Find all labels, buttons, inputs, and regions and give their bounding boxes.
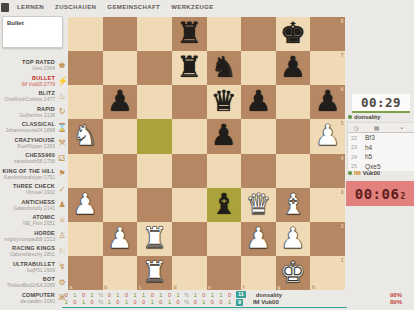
square-c6[interactable] [137, 85, 172, 119]
game-result[interactable]: 0 [122, 292, 131, 298]
piece-black-pawn[interactable]: ♟ [276, 51, 311, 85]
game-result[interactable]: 1 [62, 299, 71, 305]
channel-text: ANTICHESSGalantfonolly 2141 [13, 200, 55, 211]
rank-coordinate: 8 [341, 18, 344, 24]
square-f8[interactable] [241, 17, 276, 51]
channel-text: RAPIDGutherhos 2138 [19, 107, 55, 118]
piece-white-knight[interactable]: ♞ [68, 119, 103, 153]
channel-king-of-the-hill[interactable]: KING OF THE HILLKamilothoraloyan 1751⚑ [0, 167, 67, 183]
piece-white-rook[interactable]: ♜ [137, 222, 172, 256]
square-c5[interactable] [137, 119, 172, 153]
lichess-tv-page: LERNENZUSCHAUENGEMEINSCHAFTWERKZEUGE Bul… [0, 0, 414, 310]
square-d5[interactable] [172, 119, 207, 153]
square-a7[interactable] [68, 51, 103, 85]
square-b4[interactable] [103, 154, 138, 188]
score-total-badge: 9 [236, 299, 243, 306]
square-h4[interactable]: 4 [310, 154, 345, 188]
square-g3[interactable]: ♝ [276, 188, 311, 222]
nav-item-zuschauen[interactable]: ZUSCHAUEN [55, 4, 96, 10]
square-h7[interactable]: 7 [310, 51, 345, 85]
channel-dropdown-label: Bullet [3, 17, 62, 26]
square-e5[interactable]: ♟ [207, 119, 242, 153]
square-g2[interactable]: ♟ [276, 222, 311, 256]
square-e8[interactable] [207, 17, 242, 51]
game-result[interactable]: 0 [165, 292, 174, 298]
square-e4[interactable] [207, 154, 242, 188]
square-b3[interactable] [103, 188, 138, 222]
game-result[interactable]: 1 [148, 299, 157, 305]
square-g6[interactable] [276, 85, 311, 119]
channel-ultrabullet[interactable]: ULTRABULLETluqP51 1909↯ [0, 260, 67, 276]
clock-white-time: 00:06 [355, 186, 400, 202]
channel-blitz[interactable]: BLITZOneRushCorless 2477♨ [0, 89, 67, 105]
square-f7[interactable] [241, 51, 276, 85]
square-h8[interactable]: 8 [310, 17, 345, 51]
square-e1[interactable]: e [207, 256, 242, 290]
score-player-name[interactable]: donsality [256, 292, 282, 298]
channel-text: RACING KINGSGalonofarechy 1801 [10, 246, 55, 257]
channel-text: ATOMICNE_Finn 2651 [23, 215, 55, 226]
dice-icon: ⚂ [57, 154, 67, 164]
game-result[interactable]: 0 [79, 292, 88, 298]
tv-channel-list: TOP RATEDIvlev 2964♚BULLETIM Vuk00 2779⚡… [0, 58, 67, 306]
piece-black-pawn[interactable]: ♟ [310, 85, 345, 119]
turtle-icon: ⌛ [57, 123, 67, 133]
channel-player: diecastbin 2060 [20, 299, 55, 304]
game-result[interactable]: 1 [122, 299, 131, 305]
white-board-icon: ▦ [364, 124, 389, 131]
channel-text: BULLETIM Vuk00 2779 [22, 76, 55, 87]
channel-player: Gutherhos 2138 [19, 113, 55, 118]
ultrabullet-icon: ↯ [57, 262, 67, 272]
file-coordinate: a [70, 284, 73, 290]
channel-player: Ivlev 2964 [22, 66, 55, 71]
piece-white-rook[interactable]: ♜ [137, 256, 172, 290]
game-result[interactable]: 1 [191, 292, 200, 298]
channel-player: Vitruvel 1902 [13, 190, 55, 195]
square-a4[interactable] [68, 154, 103, 188]
rank-coordinate: 4 [341, 155, 344, 161]
channel-computer[interactable]: COMPUTERdiecastbin 2060⌘ [0, 291, 67, 307]
channel-bullet[interactable]: BULLETIM Vuk00 2779⚡ [0, 74, 67, 90]
fire-icon: ♨ [57, 92, 67, 102]
square-b6[interactable]: ♟ [103, 85, 138, 119]
square-b2[interactable]: ♟ [103, 222, 138, 256]
game-result[interactable]: 1 [208, 292, 217, 298]
channel-player: luqP51 1909 [13, 268, 55, 273]
move-row[interactable]: 24h5 [348, 152, 414, 162]
square-d1[interactable]: d [172, 256, 207, 290]
nav-item-werkzeuge[interactable]: WERKZEUGE [171, 4, 214, 10]
square-d3[interactable] [172, 188, 207, 222]
three-check-icon: ✓ [57, 185, 67, 195]
channel-chess960[interactable]: CHESS960santolooth58 1756⚂ [0, 151, 67, 167]
channel-atomic[interactable]: ATOMICNE_Finn 2651⚛ [0, 213, 67, 229]
file-coordinate: e [208, 284, 211, 290]
game-result[interactable]: 0 [191, 299, 200, 305]
lightning-icon: ⚡ [57, 76, 67, 86]
racing-flag-icon: ⚐ [57, 247, 67, 257]
game-result[interactable]: 1 [88, 292, 97, 298]
square-c8[interactable] [137, 17, 172, 51]
game-result[interactable]: 1 [71, 292, 80, 298]
channel-player: NE_Finn 2651 [23, 221, 55, 226]
game-result[interactable]: 0 [139, 299, 148, 305]
file-coordinate: h [312, 284, 315, 290]
piece-black-queen[interactable]: ♛ [207, 85, 242, 119]
move-list: ◷ ▦ ▪ 22Bf323h424h525Qxe5 [347, 122, 414, 171]
atom-icon: ⚛ [57, 216, 67, 226]
move-number: 22 [348, 135, 365, 141]
channel-text: CHESS960santolooth58 1756 [14, 153, 55, 164]
score-player-name[interactable]: IM Vuk00 [253, 299, 279, 305]
game-result[interactable]: 1 [114, 292, 123, 298]
top-nav-items: LERNENZUSCHAUENGEMEINSCHAFTWERKZEUGE [17, 4, 225, 10]
square-f5[interactable] [241, 119, 276, 153]
piece-black-rook[interactable]: ♜ [172, 51, 207, 85]
square-g1[interactable]: g♚ [276, 256, 311, 290]
clock-black-time: 00:29 [361, 95, 401, 110]
square-a3[interactable]: ♟ [68, 188, 103, 222]
chess-board: ♜♚8♜♞♟7♟♛♟6♟♞♟5♟4♟♝♛♝3♟♜♟♟2abc♜defg♚1h [68, 17, 345, 290]
file-coordinate: d [173, 284, 176, 290]
square-h6[interactable]: 6♟ [310, 85, 345, 119]
game-result[interactable]: 1 [217, 292, 226, 298]
channel-rapid[interactable]: RAPIDGutherhos 2138↻ [0, 105, 67, 121]
piece-white-queen[interactable]: ♛ [241, 188, 276, 222]
piece-white-pawn[interactable]: ♟ [276, 222, 311, 256]
square-g8[interactable]: ♚ [276, 17, 311, 51]
black-board-icon: ▪ [389, 125, 414, 131]
game-result[interactable]: 0 [105, 292, 114, 298]
square-d6[interactable] [172, 85, 207, 119]
channel-text: BLITZOneRushCorless 2477 [4, 91, 55, 102]
rank-coordinate: 3 [341, 189, 344, 195]
crazyhouse-icon: ⚒ [57, 138, 67, 148]
game-result[interactable]: ½ [182, 299, 191, 305]
move-number: 25 [348, 163, 365, 169]
channel-text: CRAZYHOUSEFuelFlipper 2393 [14, 138, 55, 149]
game-side-panel: 00:29 donsality ◷ ▦ ▪ 22Bf323h424h525Qxe… [345, 0, 414, 310]
game-result[interactable]: ½ [96, 292, 105, 298]
game-result[interactable]: 0 [174, 299, 183, 305]
piece-black-knight[interactable]: ♞ [207, 51, 242, 85]
piece-black-pawn[interactable]: ♟ [241, 85, 276, 119]
game-result[interactable]: 1 [105, 299, 114, 305]
channel-player: Galonofarechy 1801 [10, 252, 55, 257]
square-f2[interactable]: ♟ [241, 222, 276, 256]
square-d2[interactable] [172, 222, 207, 256]
square-e7[interactable]: ♞ [207, 51, 242, 85]
square-g4[interactable] [276, 154, 311, 188]
square-h1[interactable]: 1h [310, 256, 345, 290]
channel-bot[interactable]: BOTThelastBotGrSA 2085⚙ [0, 275, 67, 291]
piece-black-rook[interactable]: ♜ [172, 17, 207, 51]
channel-racing-kings[interactable]: RACING KINGSGalonofarechy 1801⚐ [0, 244, 67, 260]
piece-black-bishop[interactable]: ♝ [207, 188, 242, 222]
square-g7[interactable]: ♟ [276, 51, 311, 85]
crown-icon: ♚ [57, 61, 67, 71]
channel-text: ULTRABULLETluqP51 1909 [13, 262, 55, 273]
clock-white: 00:062 [346, 181, 414, 206]
channel-player: Kamilothoraloyan 1751 [3, 175, 55, 180]
move-white-san[interactable]: Bf3 [365, 134, 390, 141]
move-row[interactable]: 23h4 [348, 143, 414, 153]
player-black-name: donsality [354, 114, 380, 120]
square-d7[interactable]: ♜ [172, 51, 207, 85]
channel-player: Johannmunze24 1898 [6, 128, 56, 133]
score-total-badge: 11 [236, 291, 246, 298]
game-result[interactable]: 0 [225, 292, 234, 298]
square-b1[interactable]: b [103, 256, 138, 290]
channel-player: ThelastBotGrSA 2085 [7, 283, 55, 288]
piece-black-king[interactable]: ♚ [276, 17, 311, 51]
move-list-header: ◷ ▦ ▪ [348, 123, 414, 133]
channel-three-check[interactable]: THREE CHECKVitruvel 1902✓ [0, 182, 67, 198]
game-result[interactable]: ½ [182, 292, 191, 298]
game-result[interactable]: 1 [225, 299, 234, 305]
square-a6[interactable] [68, 85, 103, 119]
online-dot-icon [348, 171, 352, 175]
square-c7[interactable] [137, 51, 172, 85]
antichess-icon: ♟ [57, 200, 67, 210]
square-a8[interactable] [68, 17, 103, 51]
game-result[interactable]: ½ [96, 299, 105, 305]
square-h2[interactable]: 2 [310, 222, 345, 256]
move-row[interactable]: 22Bf3 [348, 133, 414, 143]
square-e3[interactable]: ♝ [207, 188, 242, 222]
channel-text: TOP RATEDIvlev 2964 [22, 60, 55, 71]
channel-text: KING OF THE HILLKamilothoraloyan 1751 [3, 169, 55, 180]
move-rows: 22Bf323h424h525Qxe5 [348, 133, 414, 171]
channel-player: OneRushCorless 2477 [4, 97, 55, 102]
clock-icon: ◷ [348, 124, 364, 131]
move-number: 23 [348, 144, 365, 150]
move-white-san[interactable]: h4 [365, 144, 390, 151]
square-c1[interactable]: c♜ [137, 256, 172, 290]
online-dot-icon [348, 115, 352, 119]
piece-white-pawn[interactable]: ♟ [310, 119, 345, 153]
channel-text: CLASSICALJohannmunze24 1898 [6, 122, 56, 133]
channel-horde[interactable]: HORDEmightynumpad69 1513♙ [0, 229, 67, 245]
game-result[interactable]: 0 [62, 292, 71, 298]
file-coordinate: f [243, 284, 245, 290]
logo-fragment[interactable] [1, 3, 9, 12]
channel-classical[interactable]: CLASSICALJohannmunze24 1898⌛ [0, 120, 67, 136]
square-e2[interactable] [207, 222, 242, 256]
score-strip-underline [62, 307, 347, 308]
player-white-title: IM [354, 170, 361, 176]
player-white-line[interactable]: IM Vuk00 [348, 170, 380, 176]
player-white-name: Vuk00 [363, 170, 380, 176]
hill-flag-icon: ⚑ [57, 169, 67, 179]
game-result[interactable]: 0 [71, 299, 80, 305]
channel-dropdown[interactable]: Bullet [2, 16, 63, 48]
player-black-line[interactable]: donsality [348, 114, 380, 120]
rank-coordinate: 1 [341, 257, 344, 263]
piece-white-bishop[interactable]: ♝ [276, 188, 311, 222]
channel-player: IM Vuk00 2779 [22, 82, 55, 87]
channel-player: santolooth58 1756 [14, 159, 55, 164]
game-result[interactable]: 0 [148, 292, 157, 298]
square-b5[interactable] [103, 119, 138, 153]
square-f1[interactable]: f [241, 256, 276, 290]
piece-white-pawn[interactable]: ♟ [68, 188, 103, 222]
square-a1[interactable]: a [68, 256, 103, 290]
square-c4[interactable] [137, 154, 172, 188]
game-result[interactable]: 1 [131, 292, 140, 298]
rank-coordinate: 7 [341, 52, 344, 58]
game-result[interactable]: 1 [174, 292, 183, 298]
game-result[interactable]: 0 [131, 299, 140, 305]
channel-top-rated[interactable]: TOP RATEDIvlev 2964♚ [0, 58, 67, 74]
nav-item-gemeinschaft[interactable]: GEMEINSCHAFT [107, 4, 160, 10]
channel-player: mightynumpad69 1513 [4, 237, 55, 242]
square-g5[interactable] [276, 119, 311, 153]
square-e6[interactable]: ♛ [207, 85, 242, 119]
game-result[interactable]: 0 [208, 299, 217, 305]
channel-crazyhouse[interactable]: CRAZYHOUSEFuelFlipper 2393⚒ [0, 136, 67, 152]
piece-white-pawn[interactable]: ♟ [241, 222, 276, 256]
file-coordinate: b [104, 284, 107, 290]
game-result[interactable]: 1 [165, 299, 174, 305]
channel-text: COMPUTERdiecastbin 2060 [20, 293, 55, 304]
square-a5[interactable]: ♞ [68, 119, 103, 153]
piece-black-pawn[interactable]: ♟ [103, 85, 138, 119]
game-result[interactable]: 0 [114, 299, 123, 305]
nav-item-lernen[interactable]: LERNEN [17, 4, 44, 10]
square-f3[interactable]: ♛ [241, 188, 276, 222]
channel-player: FuelFlipper 2393 [14, 144, 55, 149]
square-b7[interactable] [103, 51, 138, 85]
square-b8[interactable] [103, 17, 138, 51]
piece-white-king[interactable]: ♚ [276, 256, 311, 290]
piece-white-pawn[interactable]: ♟ [103, 222, 138, 256]
square-h5[interactable]: 5♟ [310, 119, 345, 153]
game-result[interactable]: 1 [79, 299, 88, 305]
move-number: 24 [348, 154, 365, 160]
channel-text: BOTThelastBotGrSA 2085 [7, 277, 55, 288]
horde-pawn-icon: ♙ [57, 231, 67, 241]
piece-black-pawn[interactable]: ♟ [207, 119, 242, 153]
square-a2[interactable] [68, 222, 103, 256]
robot-icon: ⚙ [57, 278, 67, 288]
game-result[interactable]: 0 [157, 299, 166, 305]
clock-white-tenths: 2 [400, 192, 405, 201]
game-result[interactable]: 1 [200, 299, 209, 305]
square-c3[interactable] [137, 188, 172, 222]
move-white-san[interactable]: Qxe5 [365, 163, 390, 170]
square-f6[interactable]: ♟ [241, 85, 276, 119]
clock-black: 00:29 [352, 94, 410, 113]
game-result[interactable]: 1 [157, 292, 166, 298]
square-f4[interactable] [241, 154, 276, 188]
channel-antichess[interactable]: ANTICHESSGalantfonolly 2141♟ [0, 198, 67, 214]
rabbit-icon: ↻ [57, 107, 67, 117]
square-h3[interactable]: 3 [310, 188, 345, 222]
move-white-san[interactable]: h5 [365, 153, 390, 160]
game-result[interactable]: 1 [139, 292, 148, 298]
square-d4[interactable] [172, 154, 207, 188]
channel-player: Galantfonolly 2141 [13, 206, 55, 211]
rank-coordinate: 2 [341, 223, 344, 229]
game-result[interactable]: 0 [217, 299, 226, 305]
square-c2[interactable]: ♜ [137, 222, 172, 256]
square-d8[interactable]: ♜ [172, 17, 207, 51]
game-result[interactable]: 0 [88, 299, 97, 305]
game-result[interactable]: 0 [200, 292, 209, 298]
channel-text: THREE CHECKVitruvel 1902 [13, 184, 55, 195]
channel-text: HORDEmightynumpad69 1513 [4, 231, 55, 242]
